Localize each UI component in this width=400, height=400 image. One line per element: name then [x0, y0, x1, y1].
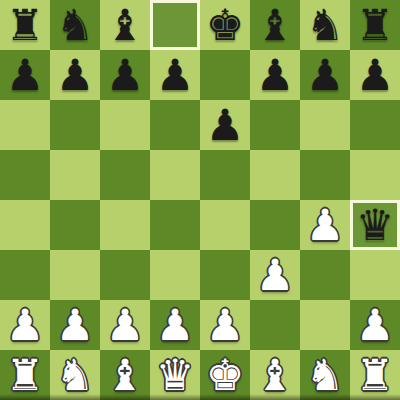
- square-c7[interactable]: ♟: [100, 50, 150, 100]
- piece-black-king[interactable]: ♚: [200, 0, 250, 50]
- piece-white-bishop[interactable]: ♝: [100, 350, 150, 400]
- piece-white-pawn[interactable]: ♟: [250, 250, 300, 300]
- square-b4[interactable]: [50, 200, 100, 250]
- piece-white-rook[interactable]: ♜: [0, 350, 50, 400]
- piece-black-knight[interactable]: ♞: [50, 0, 100, 50]
- piece-black-queen[interactable]: ♛: [350, 200, 400, 250]
- piece-white-knight[interactable]: ♞: [50, 350, 100, 400]
- square-f4[interactable]: [250, 200, 300, 250]
- square-e1[interactable]: ♚: [200, 350, 250, 400]
- piece-black-rook[interactable]: ♜: [0, 0, 50, 50]
- square-h2[interactable]: ♟: [350, 300, 400, 350]
- piece-white-pawn[interactable]: ♟: [50, 300, 100, 350]
- square-d5[interactable]: [150, 150, 200, 200]
- square-d4[interactable]: [150, 200, 200, 250]
- piece-black-pawn[interactable]: ♟: [350, 50, 400, 100]
- square-g6[interactable]: [300, 100, 350, 150]
- square-c4[interactable]: [100, 200, 150, 250]
- piece-white-knight[interactable]: ♞: [300, 350, 350, 400]
- square-d2[interactable]: ♟: [150, 300, 200, 350]
- square-b2[interactable]: ♟: [50, 300, 100, 350]
- piece-black-pawn[interactable]: ♟: [0, 50, 50, 100]
- piece-white-pawn[interactable]: ♟: [350, 300, 400, 350]
- square-e6[interactable]: ♟: [200, 100, 250, 150]
- square-a1[interactable]: ♜: [0, 350, 50, 400]
- piece-black-pawn[interactable]: ♟: [250, 50, 300, 100]
- square-d7[interactable]: ♟: [150, 50, 200, 100]
- square-f5[interactable]: [250, 150, 300, 200]
- piece-black-pawn[interactable]: ♟: [200, 100, 250, 150]
- square-b3[interactable]: [50, 250, 100, 300]
- square-f1[interactable]: ♝: [250, 350, 300, 400]
- square-c5[interactable]: [100, 150, 150, 200]
- square-e2[interactable]: ♟: [200, 300, 250, 350]
- chess-board: ♜♞♝♚♝♞♜♟♟♟♟♟♟♟♟♟♛♟♟♟♟♟♟♟♜♞♝♛♚♝♞♜: [0, 0, 400, 400]
- square-c8[interactable]: ♝: [100, 0, 150, 50]
- square-h3[interactable]: [350, 250, 400, 300]
- square-d1[interactable]: ♛: [150, 350, 200, 400]
- square-h6[interactable]: [350, 100, 400, 150]
- piece-black-knight[interactable]: ♞: [300, 0, 350, 50]
- square-h7[interactable]: ♟: [350, 50, 400, 100]
- square-c6[interactable]: [100, 100, 150, 150]
- piece-black-pawn[interactable]: ♟: [100, 50, 150, 100]
- square-g2[interactable]: [300, 300, 350, 350]
- square-c1[interactable]: ♝: [100, 350, 150, 400]
- piece-white-pawn[interactable]: ♟: [300, 200, 350, 250]
- square-e4[interactable]: [200, 200, 250, 250]
- square-d8[interactable]: [150, 0, 200, 50]
- square-e3[interactable]: [200, 250, 250, 300]
- square-b1[interactable]: ♞: [50, 350, 100, 400]
- square-c3[interactable]: [100, 250, 150, 300]
- square-b5[interactable]: [50, 150, 100, 200]
- square-a8[interactable]: ♜: [0, 0, 50, 50]
- piece-white-bishop[interactable]: ♝: [250, 350, 300, 400]
- piece-white-rook[interactable]: ♜: [350, 350, 400, 400]
- square-f7[interactable]: ♟: [250, 50, 300, 100]
- square-b6[interactable]: [50, 100, 100, 150]
- piece-black-bishop[interactable]: ♝: [100, 0, 150, 50]
- square-b7[interactable]: ♟: [50, 50, 100, 100]
- piece-black-pawn[interactable]: ♟: [300, 50, 350, 100]
- square-d6[interactable]: [150, 100, 200, 150]
- square-g8[interactable]: ♞: [300, 0, 350, 50]
- square-e8[interactable]: ♚: [200, 0, 250, 50]
- square-g7[interactable]: ♟: [300, 50, 350, 100]
- piece-white-pawn[interactable]: ♟: [150, 300, 200, 350]
- square-a7[interactable]: ♟: [0, 50, 50, 100]
- square-h1[interactable]: ♜: [350, 350, 400, 400]
- piece-white-pawn[interactable]: ♟: [100, 300, 150, 350]
- square-f8[interactable]: ♝: [250, 0, 300, 50]
- square-a6[interactable]: [0, 100, 50, 150]
- piece-white-pawn[interactable]: ♟: [0, 300, 50, 350]
- piece-black-pawn[interactable]: ♟: [150, 50, 200, 100]
- square-g1[interactable]: ♞: [300, 350, 350, 400]
- square-e7[interactable]: [200, 50, 250, 100]
- square-a2[interactable]: ♟: [0, 300, 50, 350]
- square-h8[interactable]: ♜: [350, 0, 400, 50]
- square-h5[interactable]: [350, 150, 400, 200]
- square-g4[interactable]: ♟: [300, 200, 350, 250]
- square-h4[interactable]: ♛: [350, 200, 400, 250]
- square-c2[interactable]: ♟: [100, 300, 150, 350]
- square-b8[interactable]: ♞: [50, 0, 100, 50]
- piece-white-king[interactable]: ♚: [200, 350, 250, 400]
- square-a3[interactable]: [0, 250, 50, 300]
- piece-white-queen[interactable]: ♛: [150, 350, 200, 400]
- square-a5[interactable]: [0, 150, 50, 200]
- square-f3[interactable]: ♟: [250, 250, 300, 300]
- square-d3[interactable]: [150, 250, 200, 300]
- square-f6[interactable]: [250, 100, 300, 150]
- square-e5[interactable]: [200, 150, 250, 200]
- square-f2[interactable]: [250, 300, 300, 350]
- square-g5[interactable]: [300, 150, 350, 200]
- piece-white-pawn[interactable]: ♟: [200, 300, 250, 350]
- piece-black-bishop[interactable]: ♝: [250, 0, 300, 50]
- square-a4[interactable]: [0, 200, 50, 250]
- piece-black-pawn[interactable]: ♟: [50, 50, 100, 100]
- piece-black-rook[interactable]: ♜: [350, 0, 400, 50]
- square-g3[interactable]: [300, 250, 350, 300]
